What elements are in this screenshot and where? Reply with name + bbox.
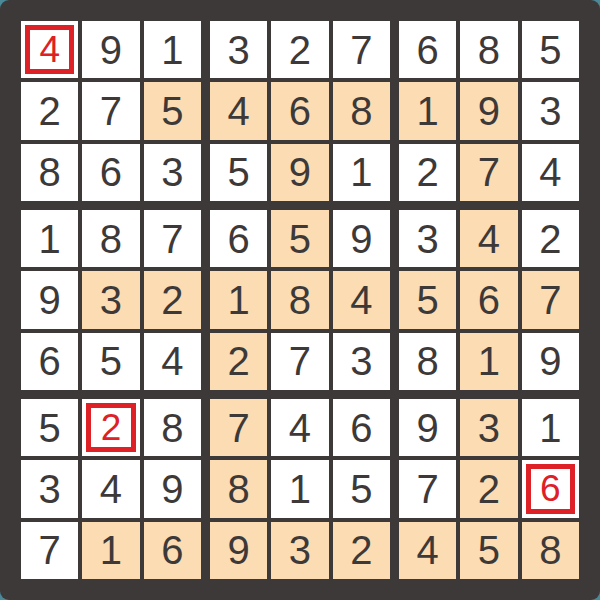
cell-value: 3 [417,219,439,259]
cell-value: 5 [39,408,61,448]
cell-value: 6 [478,280,500,320]
cell-r9c3[interactable]: 6 [144,522,201,579]
cell-value: 8 [161,408,183,448]
cell-value: 1 [417,91,439,131]
cell-value: 3 [350,341,372,381]
cell-r9c9[interactable]: 8 [522,522,579,579]
sudoku-box-8: 746815932 [210,399,390,579]
cell-r1c9[interactable]: 5 [522,21,579,78]
cell-value: 5 [539,30,561,70]
cell-r8c5[interactable]: 1 [271,460,328,517]
cell-r8c4[interactable]: 8 [210,460,267,517]
cell-value: 6 [540,470,561,507]
cell-r5c8[interactable]: 6 [460,271,517,328]
cell-r6c7[interactable]: 8 [399,333,456,390]
cell-value: 1 [539,408,561,448]
cell-r5c4[interactable]: 1 [210,271,267,328]
cell-value: 8 [350,91,372,131]
sudoku-box-1: 491275863 [21,21,201,201]
cell-r4c7[interactable]: 3 [399,210,456,267]
cell-r6c8[interactable]: 1 [460,333,517,390]
cell-value: 7 [39,530,61,570]
cell-value: 8 [478,30,500,70]
cell-value: 4 [478,219,500,259]
cell-r9c6[interactable]: 2 [333,522,390,579]
cell-r7c7[interactable]: 9 [399,399,456,456]
cell-r1c2[interactable]: 9 [82,21,139,78]
cell-r8c2[interactable]: 4 [82,460,139,517]
cell-value: 1 [100,530,122,570]
cell-value: 2 [101,409,122,446]
cell-r7c8[interactable]: 3 [460,399,517,456]
cell-r6c1[interactable]: 6 [21,333,78,390]
cell-value: 1 [228,280,250,320]
cell-r4c8[interactable]: 4 [460,210,517,267]
cell-r2c5[interactable]: 6 [271,82,328,139]
cell-value: 4 [161,341,183,381]
sudoku-box-4: 187932654 [21,210,201,390]
cell-value: 7 [228,408,250,448]
cell-r9c5[interactable]: 3 [271,522,328,579]
cell-r5c6[interactable]: 4 [333,271,390,328]
cell-value: 7 [478,152,500,192]
cell-r5c1[interactable]: 9 [21,271,78,328]
cell-r3c6[interactable]: 1 [333,144,390,201]
cell-r3c3[interactable]: 3 [144,144,201,201]
cell-r8c7[interactable]: 7 [399,460,456,517]
cell-value: 7 [289,341,311,381]
cell-value: 9 [228,530,250,570]
cell-r2c8[interactable]: 9 [460,82,517,139]
cell-r5c3[interactable]: 2 [144,271,201,328]
cell-value: 5 [289,219,311,259]
cell-r8c3[interactable]: 9 [144,460,201,517]
sudoku-box-3: 685193274 [399,21,579,201]
sudoku-grid: 4912758633274685916851932741879326546591… [21,21,579,579]
cell-value: 8 [539,530,561,570]
cell-value: 6 [350,408,372,448]
cell-value: 6 [289,91,311,131]
cell-value: 1 [161,30,183,70]
sudoku-box-6: 342567819 [399,210,579,390]
cell-r7c5[interactable]: 4 [271,399,328,456]
cell-r5c5[interactable]: 8 [271,271,328,328]
cell-r7c1[interactable]: 5 [21,399,78,456]
cell-value: 5 [100,341,122,381]
cell-r4c4[interactable]: 6 [210,210,267,267]
cell-value: 2 [289,30,311,70]
cell-r6c6[interactable]: 3 [333,333,390,390]
cell-value: 9 [350,219,372,259]
cell-value: 2 [39,91,61,131]
cell-value: 2 [228,341,250,381]
red-marked-cell-box: 6 [526,464,575,513]
cell-r4c5[interactable]: 5 [271,210,328,267]
cell-value: 4 [539,152,561,192]
cell-value: 5 [417,280,439,320]
cell-value: 9 [539,341,561,381]
cell-value: 4 [228,91,250,131]
cell-value: 6 [100,152,122,192]
cell-r3c5[interactable]: 9 [271,144,328,201]
cell-r4c3[interactable]: 7 [144,210,201,267]
cell-r8c8[interactable]: 2 [460,460,517,517]
red-marked-cell-box: 2 [86,403,135,452]
cell-value: 2 [478,469,500,509]
cell-value: 8 [100,219,122,259]
cell-r2c4[interactable]: 4 [210,82,267,139]
cell-value: 3 [39,469,61,509]
cell-r3c9[interactable]: 4 [522,144,579,201]
cell-value: 3 [289,530,311,570]
cell-value: 2 [417,152,439,192]
cell-r2c9[interactable]: 3 [522,82,579,139]
cell-r4c6[interactable]: 9 [333,210,390,267]
cell-value: 3 [228,30,250,70]
cell-value: 5 [228,152,250,192]
cell-r9c4[interactable]: 9 [210,522,267,579]
cell-value: 9 [161,469,183,509]
cell-r2c2[interactable]: 7 [82,82,139,139]
cell-value: 3 [161,152,183,192]
cell-value: 4 [100,469,122,509]
cell-value: 9 [478,91,500,131]
cell-value: 2 [539,219,561,259]
cell-value: 1 [289,469,311,509]
cell-value: 7 [161,219,183,259]
cell-value: 7 [539,280,561,320]
cell-r7c9[interactable]: 1 [522,399,579,456]
cell-r9c2[interactable]: 1 [82,522,139,579]
cell-r9c7[interactable]: 4 [399,522,456,579]
cell-value: 8 [228,469,250,509]
cell-value: 3 [478,408,500,448]
cell-r1c4[interactable]: 3 [210,21,267,78]
cell-value: 5 [350,469,372,509]
cell-r7c3[interactable]: 8 [144,399,201,456]
cell-r3c7[interactable]: 2 [399,144,456,201]
cell-r6c3[interactable]: 4 [144,333,201,390]
cell-value: 7 [417,469,439,509]
cell-r8c6[interactable]: 5 [333,460,390,517]
cell-value: 7 [100,91,122,131]
cell-r3c8[interactable]: 7 [460,144,517,201]
cell-r2c6[interactable]: 8 [333,82,390,139]
cell-r6c9[interactable]: 9 [522,333,579,390]
sudoku-box-2: 327468591 [210,21,390,201]
cell-value: 9 [417,408,439,448]
cell-value: 5 [161,91,183,131]
cell-value: 9 [39,280,61,320]
cell-r6c4[interactable]: 2 [210,333,267,390]
sudoku-box-7: 528349716 [21,399,201,579]
cell-value: 3 [539,91,561,131]
cell-r2c7[interactable]: 1 [399,82,456,139]
cell-r3c4[interactable]: 5 [210,144,267,201]
cell-r6c5[interactable]: 7 [271,333,328,390]
cell-value: 4 [350,280,372,320]
cell-r7c4[interactable]: 7 [210,399,267,456]
sudoku-box-9: 931726458 [399,399,579,579]
cell-value: 6 [417,30,439,70]
cell-r7c2[interactable]: 2 [82,399,139,456]
cell-r3c2[interactable]: 6 [82,144,139,201]
cell-r4c2[interactable]: 8 [82,210,139,267]
cell-r8c9[interactable]: 6 [522,460,579,517]
cell-r9c8[interactable]: 5 [460,522,517,579]
cell-value: 1 [39,219,61,259]
cell-r5c9[interactable]: 7 [522,271,579,328]
cell-value: 7 [350,30,372,70]
cell-value: 3 [100,280,122,320]
cell-value: 4 [39,31,60,68]
cell-r1c5[interactable]: 2 [271,21,328,78]
cell-r1c3[interactable]: 1 [144,21,201,78]
cell-r1c8[interactable]: 8 [460,21,517,78]
cell-r2c3[interactable]: 5 [144,82,201,139]
sudoku-box-5: 659184273 [210,210,390,390]
sudoku-board: 4912758633274685916851932741879326546591… [0,0,600,600]
cell-r2c1[interactable]: 2 [21,82,78,139]
cell-value: 1 [350,152,372,192]
cell-r4c9[interactable]: 2 [522,210,579,267]
cell-value: 6 [228,219,250,259]
cell-value: 9 [100,30,122,70]
cell-r1c6[interactable]: 7 [333,21,390,78]
cell-r9c1[interactable]: 7 [21,522,78,579]
cell-value: 8 [289,280,311,320]
red-marked-cell-box: 4 [25,25,74,74]
cell-value: 2 [350,530,372,570]
cell-r1c7[interactable]: 6 [399,21,456,78]
cell-r8c1[interactable]: 3 [21,460,78,517]
cell-r5c7[interactable]: 5 [399,271,456,328]
cell-value: 4 [417,530,439,570]
cell-value: 6 [39,341,61,381]
cell-value: 4 [289,408,311,448]
cell-r4c1[interactable]: 1 [21,210,78,267]
cell-value: 8 [39,152,61,192]
cell-r1c1[interactable]: 4 [21,21,78,78]
cell-value: 8 [417,341,439,381]
cell-value: 2 [161,280,183,320]
cell-value: 5 [478,530,500,570]
cell-r7c6[interactable]: 6 [333,399,390,456]
cell-value: 6 [161,530,183,570]
cell-r5c2[interactable]: 3 [82,271,139,328]
cell-r6c2[interactable]: 5 [82,333,139,390]
cell-value: 9 [289,152,311,192]
cell-value: 1 [478,341,500,381]
cell-r3c1[interactable]: 8 [21,144,78,201]
